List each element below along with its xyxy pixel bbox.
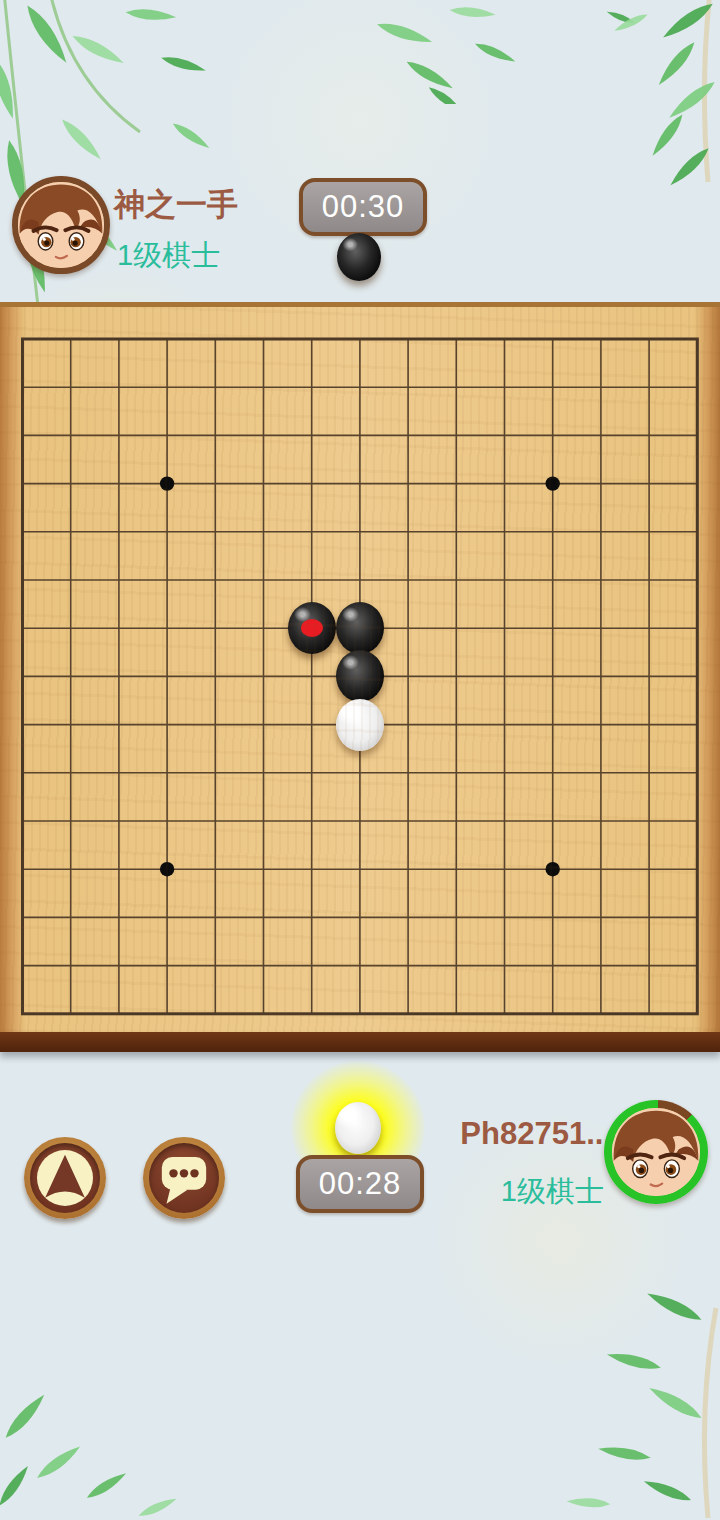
avatar-face-icon	[612, 1108, 700, 1196]
bottom-player-avatar[interactable]	[604, 1100, 708, 1204]
top-player-name: 神之一手	[114, 184, 238, 226]
up-arrow-button-inner	[30, 1143, 100, 1213]
bottom-player-rank: 1级棋士	[501, 1172, 604, 1212]
bottom-player-timer: 00:28	[296, 1155, 424, 1213]
star-point	[546, 476, 560, 490]
top-timer-value: 00:30	[322, 189, 405, 225]
avatar-face-icon	[18, 182, 104, 268]
up-arrow-icon	[30, 1143, 100, 1213]
black-stone-last-move	[288, 602, 336, 654]
bottom-player-stone-color-indicator	[335, 1102, 381, 1154]
bottom-player-name: Ph82751...	[460, 1116, 612, 1152]
top-player-stone-color-indicator	[337, 233, 381, 281]
board-edge	[0, 1032, 720, 1052]
top-player-rank: 1级棋士	[117, 236, 220, 276]
star-point	[353, 669, 367, 683]
bamboo-decoration-top-right	[588, 0, 720, 192]
white-stone	[336, 699, 384, 751]
star-point	[160, 862, 174, 876]
bamboo-decoration-bottom-right	[548, 1278, 720, 1520]
bottom-avatar-face	[612, 1108, 700, 1196]
board-grid[interactable]	[0, 307, 720, 1037]
bamboo-decoration-bottom-left	[0, 1372, 192, 1520]
up-arrow-button[interactable]	[24, 1137, 106, 1219]
black-stone	[336, 602, 384, 654]
bamboo-decoration-top-center	[372, 0, 672, 104]
chat-bubble-icon	[149, 1143, 219, 1213]
chat-button-inner	[149, 1143, 219, 1213]
chat-button[interactable]	[143, 1137, 225, 1219]
top-player-avatar[interactable]	[12, 176, 110, 274]
last-move-marker	[301, 619, 323, 637]
top-player-timer: 00:30	[299, 178, 427, 236]
game-board[interactable]	[0, 302, 720, 1032]
bottom-timer-value: 00:28	[319, 1166, 402, 1202]
black-stone	[336, 650, 384, 702]
star-point	[160, 476, 174, 490]
star-point	[546, 862, 560, 876]
